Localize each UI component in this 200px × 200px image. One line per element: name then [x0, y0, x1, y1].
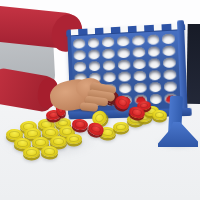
board-cell-r2c3[interactable]: [103, 49, 115, 59]
board-cell-r2c2[interactable]: [88, 49, 100, 59]
board-cell-r4c3[interactable]: [104, 72, 116, 82]
board-cell-r1c7[interactable]: [162, 34, 175, 45]
board-cell-r5c5[interactable]: [134, 83, 147, 93]
board-cell-r2c1[interactable]: [73, 50, 85, 60]
board-cell-r3c3[interactable]: [103, 60, 115, 70]
board-cell-r2c4[interactable]: [117, 48, 129, 58]
board-cell-r6c6[interactable]: [149, 94, 162, 104]
board-cell-r2c5[interactable]: [132, 47, 145, 57]
board-cell-r1c6[interactable]: [147, 34, 160, 45]
board-cell-r1c3[interactable]: [102, 37, 114, 47]
board-cell-r1c2[interactable]: [87, 38, 99, 48]
board-cell-r4c7[interactable]: [164, 69, 177, 79]
board-cell-r3c1[interactable]: [74, 62, 86, 72]
board-cell-r4c4[interactable]: [118, 71, 130, 81]
board-cell-r2c7[interactable]: [163, 46, 176, 57]
board-cell-r1c4[interactable]: [117, 36, 129, 46]
board-cell-r3c7[interactable]: [163, 57, 176, 68]
board-cell-r2c6[interactable]: [147, 46, 160, 56]
board-cell-r5c7[interactable]: [164, 81, 177, 91]
board-cell-r4c6[interactable]: [148, 70, 161, 80]
background-dark-object: [186, 24, 200, 104]
board-cell-r6c2[interactable]: [90, 96, 102, 106]
board-cell-r5c6[interactable]: [149, 82, 162, 92]
board-cell-r1c5[interactable]: [132, 35, 145, 45]
board-cell-r4c1[interactable]: [74, 73, 86, 83]
connect-four-photo-scene: Angled photo of a Hasbro Connect 4 set o…: [0, 0, 200, 200]
board-cell-r3c6[interactable]: [148, 58, 161, 68]
board-cell-r4c2[interactable]: [89, 73, 101, 83]
board-cell-r3c4[interactable]: [118, 60, 130, 70]
board-cell-r1c1[interactable]: [73, 38, 85, 48]
board-cell-r6c1[interactable]: [75, 97, 87, 107]
board-cell-r3c5[interactable]: [133, 59, 146, 69]
board-cell-r3c2[interactable]: [88, 61, 100, 71]
board-cell-r5c1[interactable]: [75, 85, 87, 95]
board-cell-r4c5[interactable]: [133, 71, 146, 81]
board-cell-r5c2[interactable]: [89, 84, 101, 94]
board-cell-r5c4[interactable]: [119, 83, 131, 93]
